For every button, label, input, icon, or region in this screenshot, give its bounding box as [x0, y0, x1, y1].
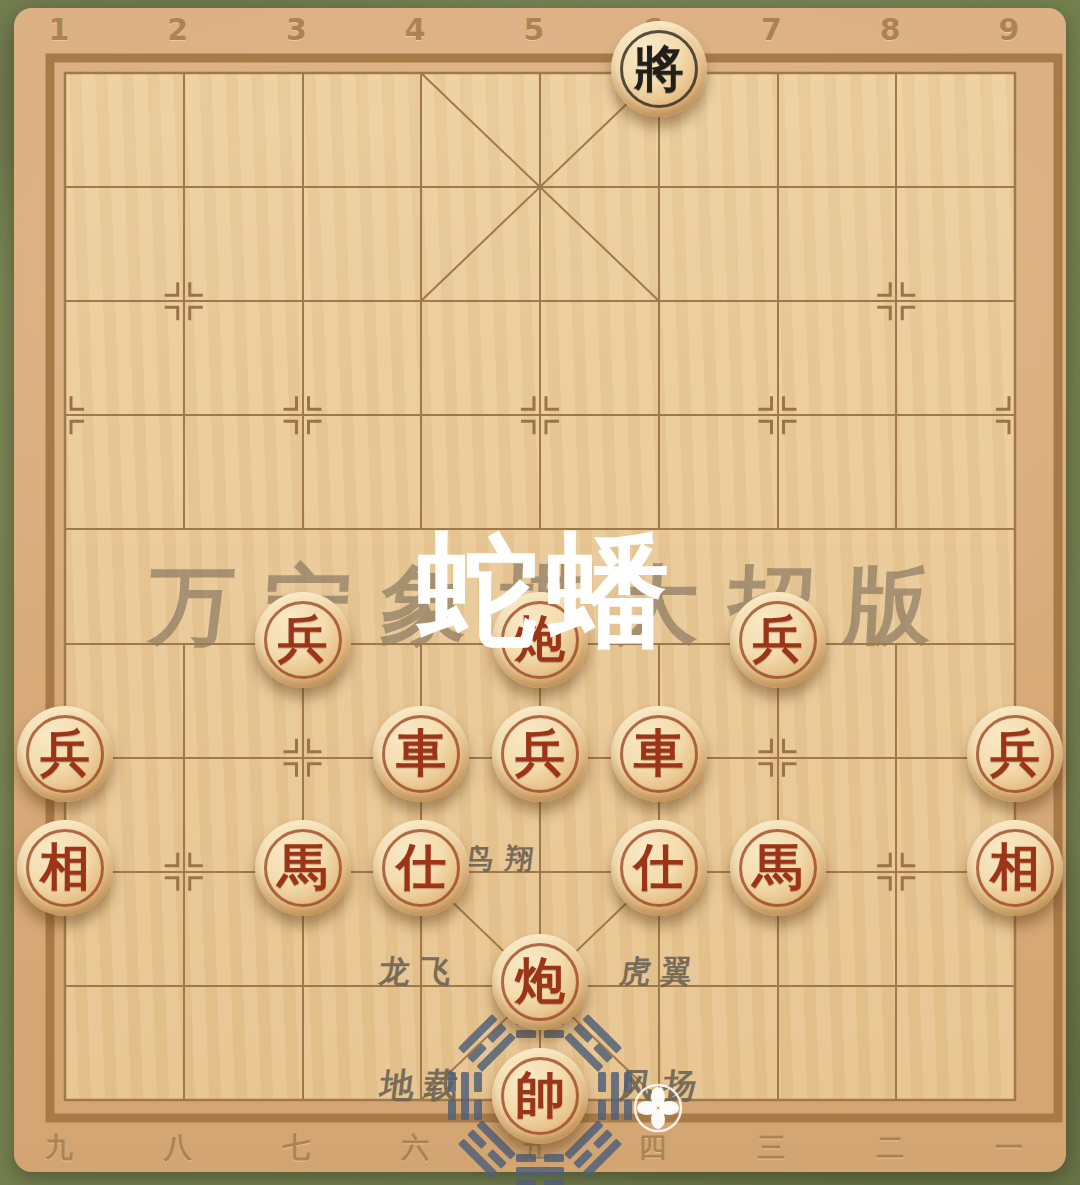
piece-glyph-仕: 仕 — [373, 820, 469, 916]
piece-red-horse-2[interactable]: 馬 — [730, 820, 826, 916]
piece-red-horse-1[interactable]: 馬 — [255, 820, 351, 916]
piece-red-advisor-2[interactable]: 仕 — [611, 820, 707, 916]
deco-text-dizai: 地载 — [377, 1063, 471, 1109]
piece-glyph-炮: 炮 — [492, 934, 588, 1030]
bottom-coordinate-三: 三 — [758, 1129, 786, 1167]
piece-red-general[interactable]: 帥 — [492, 1048, 588, 1144]
bottom-coordinate-七: 七 — [283, 1129, 311, 1167]
piece-glyph-仕: 仕 — [611, 820, 707, 916]
bottom-coordinate-四: 四 — [639, 1129, 667, 1167]
piece-red-elephant-1[interactable]: 相 — [17, 820, 113, 916]
piece-red-soldier-4[interactable]: 兵 — [492, 706, 588, 802]
top-coordinate-2: 2 — [167, 12, 188, 47]
piece-red-chariot-1[interactable]: 車 — [373, 706, 469, 802]
bottom-coordinate-八: 八 — [164, 1129, 192, 1167]
piece-black-general[interactable]: 將 — [611, 21, 707, 117]
piece-glyph-帥: 帥 — [492, 1048, 588, 1144]
piece-red-chariot-2[interactable]: 車 — [611, 706, 707, 802]
piece-red-soldier-5[interactable]: 兵 — [967, 706, 1063, 802]
deco-text-huyi: 虎翼 — [617, 951, 704, 993]
piece-glyph-相: 相 — [967, 820, 1063, 916]
top-coordinate-9: 9 — [999, 12, 1020, 47]
piece-glyph-馬: 馬 — [255, 820, 351, 916]
piece-glyph-車: 車 — [611, 706, 707, 802]
piece-glyph-相: 相 — [17, 820, 113, 916]
deco-text-niaoxiang: 鸟翔 — [463, 840, 548, 878]
bottom-coordinate-九: 九 — [45, 1129, 73, 1167]
piece-red-elephant-2[interactable]: 相 — [967, 820, 1063, 916]
top-coordinate-1: 1 — [49, 12, 70, 47]
deco-text-fengyang: 风扬 — [616, 1063, 710, 1109]
puzzle-title: 蛇蟠 — [0, 511, 1080, 675]
bottom-coordinate-六: 六 — [401, 1129, 429, 1167]
piece-glyph-車: 車 — [373, 706, 469, 802]
deco-text-longfei: 龙飞 — [376, 951, 463, 993]
piece-glyph-將: 將 — [611, 21, 707, 117]
piece-red-advisor-1[interactable]: 仕 — [373, 820, 469, 916]
piece-red-cannon-2[interactable]: 炮 — [492, 934, 588, 1030]
top-coordinate-7: 7 — [761, 12, 782, 47]
piece-glyph-兵: 兵 — [17, 706, 113, 802]
piece-red-soldier-3[interactable]: 兵 — [17, 706, 113, 802]
piece-glyph-兵: 兵 — [492, 706, 588, 802]
bottom-coordinate-一: 一 — [995, 1129, 1023, 1167]
piece-glyph-馬: 馬 — [730, 820, 826, 916]
bottom-coordinate-二: 二 — [876, 1129, 904, 1167]
top-coordinate-5: 5 — [524, 12, 545, 47]
top-coordinate-3: 3 — [286, 12, 307, 47]
top-coordinate-8: 8 — [880, 12, 901, 47]
piece-glyph-兵: 兵 — [967, 706, 1063, 802]
top-coordinate-4: 4 — [405, 12, 426, 47]
